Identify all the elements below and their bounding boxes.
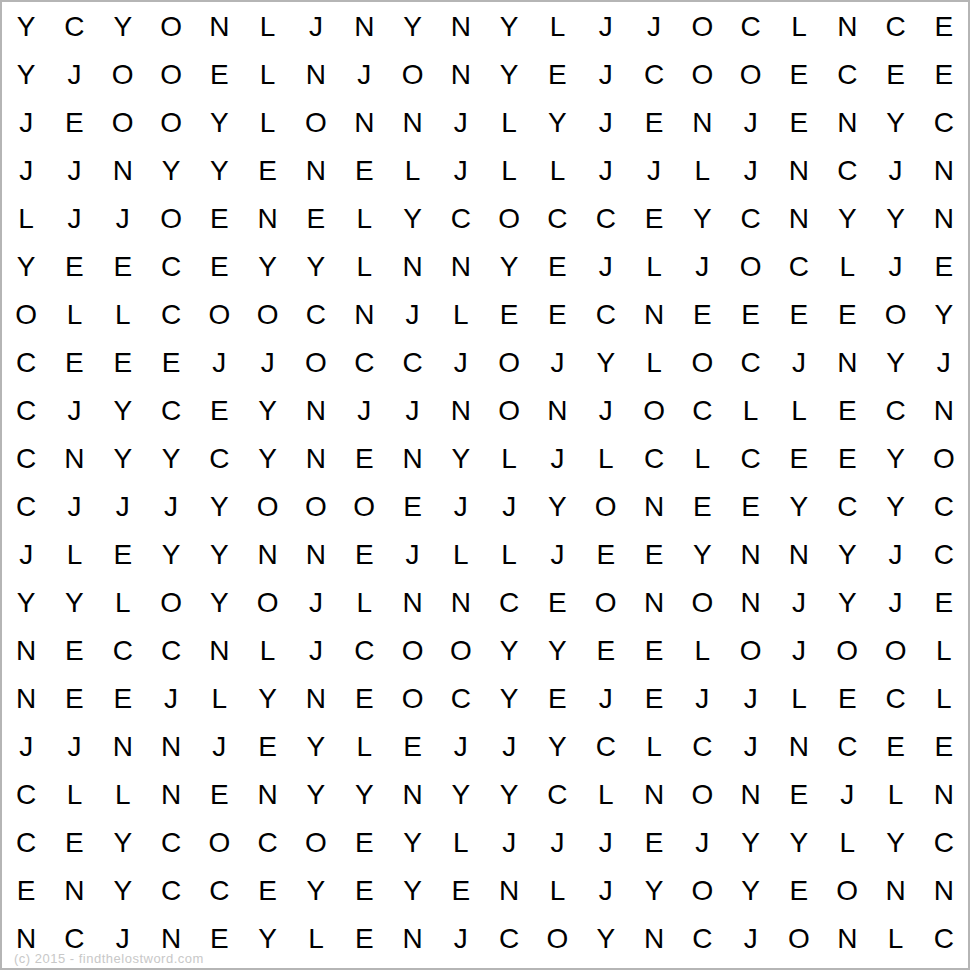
cell-r11c15[interactable]: E [678, 483, 726, 531]
cell-r1c7[interactable]: J [292, 3, 340, 51]
cell-r4c14[interactable]: J [630, 147, 678, 195]
cell-r11c20[interactable]: C [920, 483, 968, 531]
cell-r10c6[interactable]: Y [243, 435, 291, 483]
cell-r19c5[interactable]: C [195, 867, 243, 915]
cell-r2c9[interactable]: O [388, 51, 436, 99]
cell-r3c13[interactable]: J [582, 99, 630, 147]
cell-r2c14[interactable]: C [630, 51, 678, 99]
cell-r19c9[interactable]: Y [388, 867, 436, 915]
cell-r5c11[interactable]: O [485, 195, 533, 243]
cell-r16c9[interactable]: E [388, 723, 436, 771]
cell-r7c10[interactable]: L [437, 291, 485, 339]
cell-r15c14[interactable]: E [630, 675, 678, 723]
cell-r20c13[interactable]: Y [582, 915, 630, 963]
cell-r15c3[interactable]: E [99, 675, 147, 723]
cell-r3c19[interactable]: Y [871, 99, 919, 147]
cell-r1c20[interactable]: E [920, 3, 968, 51]
cell-r9c20[interactable]: N [920, 387, 968, 435]
cell-r3c3[interactable]: O [99, 99, 147, 147]
cell-r19c11[interactable]: N [485, 867, 533, 915]
cell-r11c14[interactable]: N [630, 483, 678, 531]
cell-r1c13[interactable]: J [582, 3, 630, 51]
cell-r10c2[interactable]: N [50, 435, 98, 483]
cell-r7c9[interactable]: J [388, 291, 436, 339]
cell-r5c6[interactable]: N [243, 195, 291, 243]
cell-r14c18[interactable]: O [823, 627, 871, 675]
cell-r4c13[interactable]: J [582, 147, 630, 195]
cell-r9c17[interactable]: L [775, 387, 823, 435]
cell-r16c5[interactable]: J [195, 723, 243, 771]
cell-r8c5[interactable]: J [195, 339, 243, 387]
cell-r17c17[interactable]: E [775, 771, 823, 819]
cell-r5c19[interactable]: Y [871, 195, 919, 243]
cell-r9c12[interactable]: N [533, 387, 581, 435]
cell-r5c15[interactable]: Y [678, 195, 726, 243]
cell-r9c9[interactable]: J [388, 387, 436, 435]
cell-r5c18[interactable]: Y [823, 195, 871, 243]
cell-r3c5[interactable]: Y [195, 99, 243, 147]
cell-r15c18[interactable]: E [823, 675, 871, 723]
cell-r3c20[interactable]: C [920, 99, 968, 147]
cell-r10c12[interactable]: J [533, 435, 581, 483]
cell-r8c20[interactable]: J [920, 339, 968, 387]
cell-r3c4[interactable]: O [147, 99, 195, 147]
cell-r9c16[interactable]: L [726, 387, 774, 435]
cell-r17c16[interactable]: N [726, 771, 774, 819]
cell-r12c3[interactable]: E [99, 531, 147, 579]
cell-r10c17[interactable]: E [775, 435, 823, 483]
cell-r8c1[interactable]: C [2, 339, 50, 387]
cell-r12c1[interactable]: J [2, 531, 50, 579]
cell-r8c13[interactable]: Y [582, 339, 630, 387]
cell-r14c9[interactable]: O [388, 627, 436, 675]
cell-r2c17[interactable]: E [775, 51, 823, 99]
cell-r19c16[interactable]: Y [726, 867, 774, 915]
cell-r19c14[interactable]: Y [630, 867, 678, 915]
cell-r6c17[interactable]: C [775, 243, 823, 291]
cell-r8c6[interactable]: J [243, 339, 291, 387]
cell-r9c4[interactable]: C [147, 387, 195, 435]
cell-r16c15[interactable]: C [678, 723, 726, 771]
cell-r6c4[interactable]: C [147, 243, 195, 291]
cell-r2c3[interactable]: O [99, 51, 147, 99]
cell-r17c2[interactable]: L [50, 771, 98, 819]
cell-r1c2[interactable]: C [50, 3, 98, 51]
cell-r18c1[interactable]: C [2, 819, 50, 867]
cell-r10c1[interactable]: C [2, 435, 50, 483]
cell-r15c20[interactable]: L [920, 675, 968, 723]
cell-r14c20[interactable]: L [920, 627, 968, 675]
cell-r2c20[interactable]: E [920, 51, 968, 99]
cell-r12c18[interactable]: Y [823, 531, 871, 579]
cell-r17c7[interactable]: Y [292, 771, 340, 819]
cell-r17c1[interactable]: C [2, 771, 50, 819]
cell-r2c7[interactable]: N [292, 51, 340, 99]
cell-r6c1[interactable]: Y [2, 243, 50, 291]
cell-r15c1[interactable]: N [2, 675, 50, 723]
cell-r7c5[interactable]: O [195, 291, 243, 339]
cell-r7c18[interactable]: E [823, 291, 871, 339]
cell-r12c14[interactable]: E [630, 531, 678, 579]
cell-r1c14[interactable]: J [630, 3, 678, 51]
cell-r3c8[interactable]: N [340, 99, 388, 147]
cell-r15c12[interactable]: E [533, 675, 581, 723]
cell-r16c2[interactable]: J [50, 723, 98, 771]
cell-r1c8[interactable]: N [340, 3, 388, 51]
cell-r12c8[interactable]: E [340, 531, 388, 579]
cell-r11c11[interactable]: J [485, 483, 533, 531]
cell-r2c13[interactable]: J [582, 51, 630, 99]
cell-r6c18[interactable]: L [823, 243, 871, 291]
cell-r4c8[interactable]: E [340, 147, 388, 195]
cell-r5c2[interactable]: J [50, 195, 98, 243]
cell-r10c10[interactable]: Y [437, 435, 485, 483]
cell-r5c12[interactable]: C [533, 195, 581, 243]
cell-r3c12[interactable]: Y [533, 99, 581, 147]
cell-r12c10[interactable]: L [437, 531, 485, 579]
cell-r13c8[interactable]: L [340, 579, 388, 627]
cell-r17c4[interactable]: N [147, 771, 195, 819]
cell-r11c5[interactable]: Y [195, 483, 243, 531]
cell-r18c4[interactable]: C [147, 819, 195, 867]
cell-r18c5[interactable]: O [195, 819, 243, 867]
cell-r2c5[interactable]: E [195, 51, 243, 99]
cell-r12c2[interactable]: L [50, 531, 98, 579]
cell-r4c20[interactable]: N [920, 147, 968, 195]
cell-r18c11[interactable]: J [485, 819, 533, 867]
cell-r10c19[interactable]: Y [871, 435, 919, 483]
cell-r4c18[interactable]: C [823, 147, 871, 195]
cell-r7c20[interactable]: Y [920, 291, 968, 339]
cell-r18c20[interactable]: C [920, 819, 968, 867]
cell-r10c9[interactable]: N [388, 435, 436, 483]
cell-r9c11[interactable]: O [485, 387, 533, 435]
cell-r9c6[interactable]: Y [243, 387, 291, 435]
cell-r1c12[interactable]: L [533, 3, 581, 51]
cell-r5c1[interactable]: L [2, 195, 50, 243]
cell-r8c18[interactable]: N [823, 339, 871, 387]
cell-r7c4[interactable]: C [147, 291, 195, 339]
cell-r3c11[interactable]: L [485, 99, 533, 147]
cell-r16c11[interactable]: J [485, 723, 533, 771]
cell-r9c2[interactable]: J [50, 387, 98, 435]
cell-r18c16[interactable]: Y [726, 819, 774, 867]
cell-r12c20[interactable]: C [920, 531, 968, 579]
cell-r8c11[interactable]: O [485, 339, 533, 387]
cell-r18c19[interactable]: Y [871, 819, 919, 867]
cell-r1c3[interactable]: Y [99, 3, 147, 51]
cell-r4c5[interactable]: Y [195, 147, 243, 195]
cell-r17c9[interactable]: N [388, 771, 436, 819]
cell-r8c2[interactable]: E [50, 339, 98, 387]
cell-r14c15[interactable]: L [678, 627, 726, 675]
cell-r11c8[interactable]: O [340, 483, 388, 531]
cell-r1c4[interactable]: O [147, 3, 195, 51]
cell-r3c18[interactable]: N [823, 99, 871, 147]
cell-r2c6[interactable]: L [243, 51, 291, 99]
cell-r16c17[interactable]: N [775, 723, 823, 771]
cell-r8c16[interactable]: C [726, 339, 774, 387]
cell-r14c3[interactable]: C [99, 627, 147, 675]
cell-r10c5[interactable]: C [195, 435, 243, 483]
cell-r15c4[interactable]: J [147, 675, 195, 723]
cell-r15c10[interactable]: C [437, 675, 485, 723]
cell-r14c6[interactable]: L [243, 627, 291, 675]
cell-r19c10[interactable]: E [437, 867, 485, 915]
cell-r11c13[interactable]: O [582, 483, 630, 531]
cell-r10c14[interactable]: C [630, 435, 678, 483]
cell-r19c20[interactable]: N [920, 867, 968, 915]
cell-r4c15[interactable]: L [678, 147, 726, 195]
cell-r13c10[interactable]: N [437, 579, 485, 627]
cell-r13c11[interactable]: C [485, 579, 533, 627]
cell-r14c1[interactable]: N [2, 627, 50, 675]
cell-r11c10[interactable]: J [437, 483, 485, 531]
cell-r20c11[interactable]: C [485, 915, 533, 963]
cell-r13c15[interactable]: O [678, 579, 726, 627]
cell-r10c4[interactable]: Y [147, 435, 195, 483]
cell-r4c11[interactable]: L [485, 147, 533, 195]
cell-r10c13[interactable]: L [582, 435, 630, 483]
cell-r18c6[interactable]: C [243, 819, 291, 867]
cell-r19c17[interactable]: E [775, 867, 823, 915]
cell-r17c11[interactable]: Y [485, 771, 533, 819]
cell-r17c15[interactable]: O [678, 771, 726, 819]
cell-r17c19[interactable]: L [871, 771, 919, 819]
cell-r17c10[interactable]: Y [437, 771, 485, 819]
cell-r16c7[interactable]: Y [292, 723, 340, 771]
cell-r5c5[interactable]: E [195, 195, 243, 243]
cell-r15c5[interactable]: L [195, 675, 243, 723]
cell-r1c1[interactable]: Y [2, 3, 50, 51]
cell-r20c20[interactable]: C [920, 915, 968, 963]
cell-r12c6[interactable]: N [243, 531, 291, 579]
cell-r7c16[interactable]: E [726, 291, 774, 339]
cell-r5c8[interactable]: L [340, 195, 388, 243]
cell-r3c17[interactable]: E [775, 99, 823, 147]
cell-r4c4[interactable]: Y [147, 147, 195, 195]
cell-r7c14[interactable]: N [630, 291, 678, 339]
cell-r3c2[interactable]: E [50, 99, 98, 147]
cell-r11c9[interactable]: E [388, 483, 436, 531]
cell-r13c6[interactable]: O [243, 579, 291, 627]
cell-r7c2[interactable]: L [50, 291, 98, 339]
cell-r6c11[interactable]: Y [485, 243, 533, 291]
cell-r20c17[interactable]: O [775, 915, 823, 963]
cell-r19c1[interactable]: E [2, 867, 50, 915]
cell-r16c6[interactable]: E [243, 723, 291, 771]
cell-r16c1[interactable]: J [2, 723, 50, 771]
cell-r4c9[interactable]: L [388, 147, 436, 195]
cell-r4c1[interactable]: J [2, 147, 50, 195]
cell-r17c14[interactable]: N [630, 771, 678, 819]
cell-r19c6[interactable]: E [243, 867, 291, 915]
cell-r3c15[interactable]: N [678, 99, 726, 147]
cell-r12c5[interactable]: Y [195, 531, 243, 579]
cell-r20c8[interactable]: E [340, 915, 388, 963]
cell-r10c15[interactable]: L [678, 435, 726, 483]
cell-r5c10[interactable]: C [437, 195, 485, 243]
cell-r20c12[interactable]: O [533, 915, 581, 963]
cell-r16c10[interactable]: J [437, 723, 485, 771]
cell-r15c9[interactable]: O [388, 675, 436, 723]
cell-r14c7[interactable]: J [292, 627, 340, 675]
cell-r3c1[interactable]: J [2, 99, 50, 147]
cell-r1c5[interactable]: N [195, 3, 243, 51]
cell-r19c8[interactable]: E [340, 867, 388, 915]
cell-r8c4[interactable]: E [147, 339, 195, 387]
cell-r19c2[interactable]: N [50, 867, 98, 915]
cell-r18c12[interactable]: J [533, 819, 581, 867]
cell-r6c9[interactable]: N [388, 243, 436, 291]
cell-r12c16[interactable]: N [726, 531, 774, 579]
cell-r4c17[interactable]: N [775, 147, 823, 195]
cell-r18c15[interactable]: J [678, 819, 726, 867]
cell-r15c19[interactable]: C [871, 675, 919, 723]
cell-r9c15[interactable]: C [678, 387, 726, 435]
cell-r8c8[interactable]: C [340, 339, 388, 387]
cell-r8c9[interactable]: C [388, 339, 436, 387]
cell-r4c19[interactable]: J [871, 147, 919, 195]
cell-r14c5[interactable]: N [195, 627, 243, 675]
cell-r17c5[interactable]: E [195, 771, 243, 819]
cell-r6c12[interactable]: E [533, 243, 581, 291]
cell-r12c4[interactable]: Y [147, 531, 195, 579]
cell-r6c15[interactable]: J [678, 243, 726, 291]
cell-r7c15[interactable]: E [678, 291, 726, 339]
cell-r7c3[interactable]: L [99, 291, 147, 339]
cell-r17c6[interactable]: N [243, 771, 291, 819]
cell-r8c12[interactable]: J [533, 339, 581, 387]
cell-r7c8[interactable]: N [340, 291, 388, 339]
cell-r12c9[interactable]: J [388, 531, 436, 579]
cell-r16c3[interactable]: N [99, 723, 147, 771]
cell-r14c13[interactable]: E [582, 627, 630, 675]
cell-r7c11[interactable]: E [485, 291, 533, 339]
cell-r7c7[interactable]: C [292, 291, 340, 339]
cell-r14c12[interactable]: Y [533, 627, 581, 675]
cell-r12c19[interactable]: J [871, 531, 919, 579]
cell-r19c3[interactable]: Y [99, 867, 147, 915]
cell-r4c6[interactable]: E [243, 147, 291, 195]
cell-r6c8[interactable]: L [340, 243, 388, 291]
cell-r13c2[interactable]: Y [50, 579, 98, 627]
cell-r10c7[interactable]: N [292, 435, 340, 483]
cell-r2c12[interactable]: E [533, 51, 581, 99]
cell-r6c10[interactable]: N [437, 243, 485, 291]
cell-r14c8[interactable]: C [340, 627, 388, 675]
cell-r15c17[interactable]: L [775, 675, 823, 723]
cell-r11c18[interactable]: C [823, 483, 871, 531]
cell-r6c6[interactable]: Y [243, 243, 291, 291]
cell-r7c6[interactable]: O [243, 291, 291, 339]
cell-r3c6[interactable]: L [243, 99, 291, 147]
cell-r20c6[interactable]: Y [243, 915, 291, 963]
cell-r17c3[interactable]: L [99, 771, 147, 819]
cell-r2c16[interactable]: O [726, 51, 774, 99]
cell-r10c16[interactable]: C [726, 435, 774, 483]
cell-r15c6[interactable]: Y [243, 675, 291, 723]
cell-r15c7[interactable]: N [292, 675, 340, 723]
cell-r7c17[interactable]: E [775, 291, 823, 339]
cell-r18c18[interactable]: L [823, 819, 871, 867]
cell-r9c19[interactable]: C [871, 387, 919, 435]
cell-r13c16[interactable]: N [726, 579, 774, 627]
cell-r20c16[interactable]: J [726, 915, 774, 963]
cell-r13c7[interactable]: J [292, 579, 340, 627]
cell-r10c3[interactable]: Y [99, 435, 147, 483]
cell-r5c16[interactable]: C [726, 195, 774, 243]
cell-r19c7[interactable]: Y [292, 867, 340, 915]
cell-r11c2[interactable]: J [50, 483, 98, 531]
cell-r5c7[interactable]: E [292, 195, 340, 243]
cell-r4c7[interactable]: N [292, 147, 340, 195]
cell-r1c11[interactable]: Y [485, 3, 533, 51]
cell-r14c11[interactable]: Y [485, 627, 533, 675]
cell-r18c10[interactable]: L [437, 819, 485, 867]
cell-r14c16[interactable]: O [726, 627, 774, 675]
cell-r13c18[interactable]: Y [823, 579, 871, 627]
cell-r16c14[interactable]: L [630, 723, 678, 771]
cell-r5c13[interactable]: C [582, 195, 630, 243]
cell-r11c19[interactable]: Y [871, 483, 919, 531]
cell-r8c10[interactable]: J [437, 339, 485, 387]
cell-r3c9[interactable]: N [388, 99, 436, 147]
cell-r9c8[interactable]: J [340, 387, 388, 435]
cell-r13c14[interactable]: N [630, 579, 678, 627]
cell-r16c18[interactable]: C [823, 723, 871, 771]
cell-r19c19[interactable]: N [871, 867, 919, 915]
cell-r17c8[interactable]: Y [340, 771, 388, 819]
cell-r18c7[interactable]: O [292, 819, 340, 867]
cell-r19c12[interactable]: L [533, 867, 581, 915]
cell-r19c13[interactable]: J [582, 867, 630, 915]
cell-r1c19[interactable]: C [871, 3, 919, 51]
cell-r12c12[interactable]: J [533, 531, 581, 579]
cell-r18c3[interactable]: Y [99, 819, 147, 867]
cell-r14c4[interactable]: C [147, 627, 195, 675]
cell-r2c8[interactable]: J [340, 51, 388, 99]
cell-r5c14[interactable]: E [630, 195, 678, 243]
cell-r2c4[interactable]: O [147, 51, 195, 99]
cell-r14c14[interactable]: E [630, 627, 678, 675]
cell-r9c1[interactable]: C [2, 387, 50, 435]
cell-r8c3[interactable]: E [99, 339, 147, 387]
cell-r18c14[interactable]: E [630, 819, 678, 867]
cell-r9c13[interactable]: J [582, 387, 630, 435]
cell-r20c14[interactable]: N [630, 915, 678, 963]
cell-r8c15[interactable]: O [678, 339, 726, 387]
cell-r20c18[interactable]: N [823, 915, 871, 963]
cell-r11c1[interactable]: C [2, 483, 50, 531]
cell-r7c1[interactable]: O [2, 291, 50, 339]
cell-r6c13[interactable]: J [582, 243, 630, 291]
cell-r4c2[interactable]: J [50, 147, 98, 195]
cell-r19c4[interactable]: C [147, 867, 195, 915]
cell-r4c16[interactable]: J [726, 147, 774, 195]
cell-r16c20[interactable]: E [920, 723, 968, 771]
cell-r15c8[interactable]: E [340, 675, 388, 723]
cell-r10c18[interactable]: E [823, 435, 871, 483]
cell-r2c19[interactable]: E [871, 51, 919, 99]
cell-r1c10[interactable]: N [437, 3, 485, 51]
cell-r5c4[interactable]: O [147, 195, 195, 243]
cell-r15c16[interactable]: J [726, 675, 774, 723]
cell-r11c7[interactable]: O [292, 483, 340, 531]
cell-r3c10[interactable]: J [437, 99, 485, 147]
cell-r12c11[interactable]: L [485, 531, 533, 579]
cell-r16c13[interactable]: C [582, 723, 630, 771]
